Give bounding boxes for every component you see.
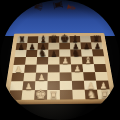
square-g5: ♝	[82, 57, 94, 65]
square-f3	[71, 72, 84, 81]
square-a3	[11, 73, 24, 82]
piece-white-rook: ♜	[47, 91, 60, 101]
square-b4	[24, 65, 36, 73]
square-d1: ♜	[47, 90, 60, 100]
square-f2	[72, 81, 85, 90]
square-c2	[35, 81, 48, 90]
square-e1	[60, 90, 73, 100]
square-f5	[71, 57, 83, 65]
square-a6	[15, 50, 27, 57]
square-e3	[60, 72, 72, 81]
piece-white-rook: ♜	[98, 90, 111, 100]
square-c6: ♞	[37, 50, 48, 57]
piece-white-knight: ♞	[85, 89, 98, 100]
square-a5	[14, 57, 26, 65]
square-a2	[10, 81, 23, 90]
square-h5	[93, 56, 105, 64]
square-d4	[48, 64, 60, 72]
square-c3: ♟	[35, 73, 47, 82]
square-b2: ♟	[22, 81, 35, 90]
square-b1	[21, 90, 34, 100]
square-h6	[92, 49, 104, 56]
square-a4: ♟	[12, 65, 25, 73]
square-g3	[83, 72, 96, 81]
square-h2: ♟	[96, 81, 110, 90]
square-b6	[26, 50, 38, 57]
board-perspective-scene: ♜♝♛♚♝♜♟♟♟♟♟♟♞♟♞♟♝♟♟♟♟♟♟♚♜♞♜	[3, 33, 117, 105]
square-e2	[60, 81, 73, 90]
square-e6	[59, 50, 70, 57]
square-c5	[37, 57, 49, 65]
captured-piece-black-rook: ♜	[50, 0, 64, 12]
square-h4	[94, 64, 107, 72]
square-b5	[25, 57, 37, 65]
square-e5: ♟	[59, 57, 71, 65]
square-c1: ♚	[34, 90, 47, 100]
square-g2: ♟	[84, 81, 97, 90]
board-rim: ♜♝♛♚♝♜♟♟♟♟♟♟♞♟♞♟♝♟♟♟♟♟♟♚♜♞♜	[3, 33, 117, 105]
square-c4	[36, 65, 48, 73]
square-f1	[72, 90, 85, 100]
square-d5	[48, 57, 59, 65]
square-h1: ♜	[97, 90, 111, 100]
chess-board: ♜♝♛♚♝♜♟♟♟♟♟♟♞♟♞♟♝♟♟♟♟♟♟♚♜♞♜	[9, 36, 112, 100]
square-g4	[82, 64, 94, 72]
square-a1	[9, 90, 23, 100]
square-f4: ♟	[71, 64, 83, 72]
square-e4	[60, 64, 72, 72]
square-d2	[47, 81, 59, 90]
square-f6: ♞	[70, 49, 82, 56]
captured-piece-black-queen: ♛	[32, 1, 44, 12]
square-h3	[95, 72, 108, 81]
table-cloth: ♛♜♝	[0, 0, 120, 36]
chess-photo-avatar[interactable]: ♛♜♝ ♜♝♛♚♝♜♟♟♟♟♟♟♞♟♞♟♝♟♟♟♟♟♟♚♜♞♜	[0, 0, 120, 120]
square-d6: ♟	[48, 50, 59, 57]
square-b3	[23, 73, 36, 82]
square-g1: ♞	[85, 90, 99, 100]
captured-piece-black-bishop: ♝	[65, 2, 78, 14]
square-d3	[48, 73, 60, 82]
